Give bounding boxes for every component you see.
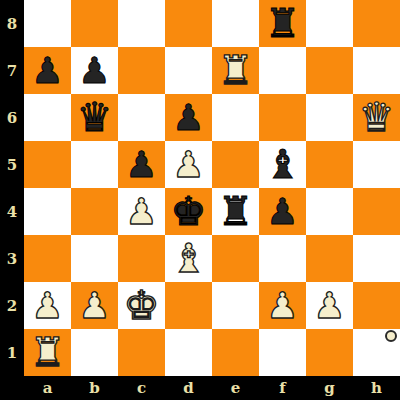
square-e1[interactable] — [212, 329, 259, 376]
square-a6[interactable] — [24, 94, 71, 141]
black-queen[interactable]: ♛ — [77, 94, 113, 141]
white-rook[interactable]: ♜ — [218, 47, 254, 94]
black-pawn[interactable]: ♟ — [172, 94, 204, 141]
file-label-e: e — [212, 376, 259, 400]
rank-label-7: 7 — [0, 47, 24, 94]
file-label-f: f — [259, 376, 306, 400]
square-f4[interactable]: ♟ — [259, 188, 306, 235]
white-rook[interactable]: ♜ — [30, 329, 66, 376]
square-d3[interactable]: ♝ — [165, 235, 212, 282]
square-a4[interactable] — [24, 188, 71, 235]
square-e7[interactable]: ♜ — [212, 47, 259, 94]
square-h7[interactable] — [353, 47, 400, 94]
square-g7[interactable] — [306, 47, 353, 94]
square-f8[interactable]: ♜ — [259, 0, 306, 47]
square-h4[interactable] — [353, 188, 400, 235]
square-a1[interactable]: ♜ — [24, 329, 71, 376]
square-b1[interactable] — [71, 329, 118, 376]
rank-label-2: 2 — [0, 282, 24, 329]
file-label-d: d — [165, 376, 212, 400]
white-pawn[interactable]: ♟ — [125, 188, 157, 235]
black-bishop[interactable]: ♝ — [265, 141, 301, 188]
black-pawn[interactable]: ♟ — [266, 188, 298, 235]
square-c2[interactable]: ♚ — [118, 282, 165, 329]
chess-puzzle-frame: 8♜7♟♟♜6♛♟♛5♟♟♝4♟♚♜♟3♝2♟♟♚♟♟1♜abcdefgh — [0, 0, 400, 400]
chess-board: 8♜7♟♟♜6♛♟♛5♟♟♝4♟♚♜♟3♝2♟♟♚♟♟1♜abcdefgh — [0, 0, 400, 400]
square-g8[interactable] — [306, 0, 353, 47]
square-c3[interactable] — [118, 235, 165, 282]
square-d4[interactable]: ♚ — [165, 188, 212, 235]
square-b7[interactable]: ♟ — [71, 47, 118, 94]
white-queen[interactable]: ♛ — [359, 94, 395, 141]
turn-indicator-dot — [385, 330, 397, 342]
square-e6[interactable] — [212, 94, 259, 141]
square-g6[interactable] — [306, 94, 353, 141]
square-b3[interactable] — [71, 235, 118, 282]
square-c5[interactable]: ♟ — [118, 141, 165, 188]
square-g3[interactable] — [306, 235, 353, 282]
square-b5[interactable] — [71, 141, 118, 188]
rank-label-6: 6 — [0, 94, 24, 141]
square-h6[interactable]: ♛ — [353, 94, 400, 141]
file-label-c: c — [118, 376, 165, 400]
square-a3[interactable] — [24, 235, 71, 282]
square-e3[interactable] — [212, 235, 259, 282]
square-a5[interactable] — [24, 141, 71, 188]
square-d7[interactable] — [165, 47, 212, 94]
black-pawn[interactable]: ♟ — [31, 47, 63, 94]
square-e5[interactable] — [212, 141, 259, 188]
square-c7[interactable] — [118, 47, 165, 94]
white-pawn[interactable]: ♟ — [172, 141, 204, 188]
square-c6[interactable] — [118, 94, 165, 141]
square-d1[interactable] — [165, 329, 212, 376]
square-a2[interactable]: ♟ — [24, 282, 71, 329]
white-pawn[interactable]: ♟ — [78, 282, 110, 329]
white-king[interactable]: ♚ — [124, 282, 160, 329]
square-e2[interactable] — [212, 282, 259, 329]
square-b6[interactable]: ♛ — [71, 94, 118, 141]
square-d5[interactable]: ♟ — [165, 141, 212, 188]
square-b2[interactable]: ♟ — [71, 282, 118, 329]
black-pawn[interactable]: ♟ — [78, 47, 110, 94]
square-e4[interactable]: ♜ — [212, 188, 259, 235]
rank-label-3: 3 — [0, 235, 24, 282]
rank-label-4: 4 — [0, 188, 24, 235]
black-pawn[interactable]: ♟ — [125, 141, 157, 188]
square-h8[interactable] — [353, 0, 400, 47]
square-f5[interactable]: ♝ — [259, 141, 306, 188]
white-bishop[interactable]: ♝ — [171, 235, 207, 282]
square-b4[interactable] — [71, 188, 118, 235]
rank-label-5: 5 — [0, 141, 24, 188]
square-d2[interactable] — [165, 282, 212, 329]
rank-label-8: 8 — [0, 0, 24, 47]
square-g4[interactable] — [306, 188, 353, 235]
square-f6[interactable] — [259, 94, 306, 141]
square-d6[interactable]: ♟ — [165, 94, 212, 141]
rank-label-1: 1 — [0, 329, 24, 376]
board-corner — [0, 376, 24, 400]
white-pawn[interactable]: ♟ — [31, 282, 63, 329]
file-label-h: h — [353, 376, 400, 400]
square-d8[interactable] — [165, 0, 212, 47]
black-rook[interactable]: ♜ — [265, 0, 301, 47]
black-rook[interactable]: ♜ — [218, 188, 254, 235]
square-g1[interactable] — [306, 329, 353, 376]
square-f3[interactable] — [259, 235, 306, 282]
square-h3[interactable] — [353, 235, 400, 282]
file-label-g: g — [306, 376, 353, 400]
square-h5[interactable] — [353, 141, 400, 188]
square-e8[interactable] — [212, 0, 259, 47]
square-g5[interactable] — [306, 141, 353, 188]
white-pawn[interactable]: ♟ — [266, 282, 298, 329]
square-h2[interactable] — [353, 282, 400, 329]
white-pawn[interactable]: ♟ — [313, 282, 345, 329]
square-c8[interactable] — [118, 0, 165, 47]
file-label-b: b — [71, 376, 118, 400]
file-label-a: a — [24, 376, 71, 400]
black-king[interactable]: ♚ — [171, 188, 207, 235]
square-f7[interactable] — [259, 47, 306, 94]
square-a8[interactable] — [24, 0, 71, 47]
square-f2[interactable]: ♟ — [259, 282, 306, 329]
square-f1[interactable] — [259, 329, 306, 376]
square-c4[interactable]: ♟ — [118, 188, 165, 235]
square-a7[interactable]: ♟ — [24, 47, 71, 94]
square-g2[interactable]: ♟ — [306, 282, 353, 329]
square-c1[interactable] — [118, 329, 165, 376]
square-b8[interactable] — [71, 0, 118, 47]
